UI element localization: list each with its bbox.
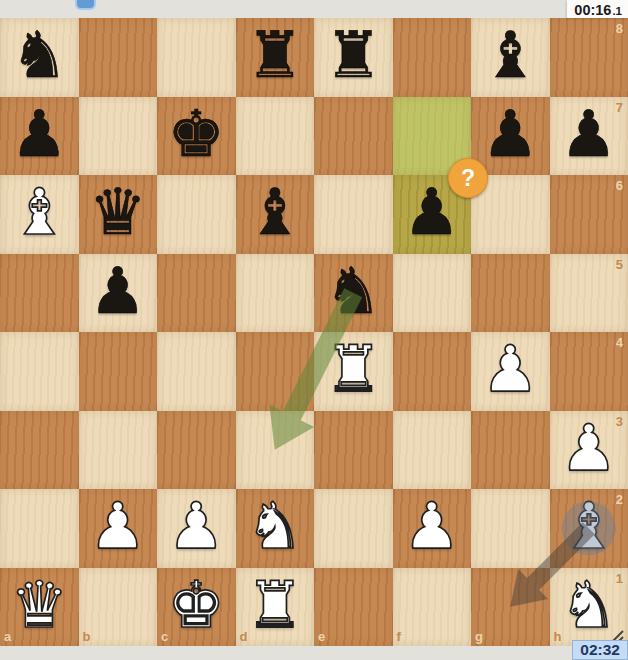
square-f1[interactable]: f bbox=[393, 568, 472, 647]
square-h5[interactable]: 5 bbox=[550, 254, 628, 333]
square-d5[interactable] bbox=[236, 254, 315, 333]
rank-label-4: 4 bbox=[616, 336, 623, 349]
square-c6[interactable] bbox=[157, 175, 236, 254]
white-pawn[interactable]: ♟ bbox=[89, 494, 146, 558]
file-label-g: g bbox=[475, 630, 483, 643]
square-g7[interactable]: ♟ bbox=[471, 97, 550, 176]
file-label-f: f bbox=[397, 630, 401, 643]
square-b1[interactable]: b bbox=[79, 568, 158, 647]
square-h2[interactable]: ♝2 bbox=[550, 489, 628, 568]
file-label-d: d bbox=[240, 630, 248, 643]
square-c2[interactable]: ♟ bbox=[157, 489, 236, 568]
square-h6[interactable]: 6 bbox=[550, 175, 628, 254]
white-pawn[interactable]: ♟ bbox=[403, 494, 460, 558]
square-d1[interactable]: ♜d bbox=[236, 568, 315, 647]
square-d7[interactable] bbox=[236, 97, 315, 176]
square-a5[interactable] bbox=[0, 254, 79, 333]
rank-label-5: 5 bbox=[616, 258, 623, 271]
square-b5[interactable]: ♟ bbox=[79, 254, 158, 333]
question-mark: ? bbox=[461, 165, 475, 192]
rank-label-2: 2 bbox=[616, 493, 623, 506]
square-h3[interactable]: ♟3 bbox=[550, 411, 628, 490]
square-a1[interactable]: ♛a bbox=[0, 568, 79, 647]
square-d2[interactable]: ♞ bbox=[236, 489, 315, 568]
square-e4[interactable]: ♜ bbox=[314, 332, 393, 411]
rank-label-7: 7 bbox=[616, 101, 623, 114]
square-c3[interactable] bbox=[157, 411, 236, 490]
chess-board: ♞♜♜♝8♟♚♟♟7♝♛♝♟6♟♞5♜♟4♟3♟♟♞♟♝2♛ab♚c♜defg♞… bbox=[0, 18, 628, 646]
black-knight[interactable]: ♞ bbox=[325, 259, 382, 323]
square-a4[interactable] bbox=[0, 332, 79, 411]
square-e1[interactable]: e bbox=[314, 568, 393, 647]
white-bishop[interactable]: ♝ bbox=[560, 494, 617, 558]
square-e3[interactable] bbox=[314, 411, 393, 490]
white-queen[interactable]: ♛ bbox=[11, 573, 68, 637]
black-queen[interactable]: ♛ bbox=[89, 180, 146, 244]
square-c5[interactable] bbox=[157, 254, 236, 333]
square-d8[interactable]: ♜ bbox=[236, 18, 315, 97]
white-pawn[interactable]: ♟ bbox=[482, 337, 539, 401]
square-a6[interactable]: ♝ bbox=[0, 175, 79, 254]
black-rook[interactable]: ♜ bbox=[246, 23, 303, 87]
square-e7[interactable] bbox=[314, 97, 393, 176]
white-bishop[interactable]: ♝ bbox=[11, 180, 68, 244]
square-h8[interactable]: 8 bbox=[550, 18, 628, 97]
square-d3[interactable] bbox=[236, 411, 315, 490]
black-pawn[interactable]: ♟ bbox=[11, 102, 68, 166]
opponent-clock-tenths: .1 bbox=[612, 3, 622, 17]
white-rook[interactable]: ♜ bbox=[246, 573, 303, 637]
rank-label-3: 3 bbox=[616, 415, 623, 428]
white-king[interactable]: ♚ bbox=[168, 573, 225, 637]
square-f8[interactable] bbox=[393, 18, 472, 97]
opponent-clock: 00:16.1 bbox=[567, 0, 628, 18]
game-screen: 00:16.1 ♞♜♜♝8♟♚♟♟7♝♛♝♟6♟♞5♜♟4♟3♟♟♞♟♝2♛ab… bbox=[0, 0, 628, 660]
square-c7[interactable]: ♚ bbox=[157, 97, 236, 176]
square-g2[interactable] bbox=[471, 489, 550, 568]
player-clock-time: 02:32 bbox=[580, 641, 620, 659]
square-b6[interactable]: ♛ bbox=[79, 175, 158, 254]
square-e5[interactable]: ♞ bbox=[314, 254, 393, 333]
black-knight[interactable]: ♞ bbox=[11, 23, 68, 87]
black-pawn[interactable]: ♟ bbox=[89, 259, 146, 323]
header-icon-fragment[interactable] bbox=[77, 0, 94, 8]
square-c1[interactable]: ♚c bbox=[157, 568, 236, 647]
rank-label-1: 1 bbox=[616, 572, 623, 585]
square-c8[interactable] bbox=[157, 18, 236, 97]
square-h4[interactable]: 4 bbox=[550, 332, 628, 411]
black-bishop[interactable]: ♝ bbox=[482, 23, 539, 87]
white-knight[interactable]: ♞ bbox=[246, 494, 303, 558]
black-pawn[interactable]: ♟ bbox=[560, 102, 617, 166]
file-label-e: e bbox=[318, 630, 325, 643]
square-h7[interactable]: ♟7 bbox=[550, 97, 628, 176]
square-g1[interactable]: g bbox=[471, 568, 550, 647]
square-d4[interactable] bbox=[236, 332, 315, 411]
square-g8[interactable]: ♝ bbox=[471, 18, 550, 97]
square-f3[interactable] bbox=[393, 411, 472, 490]
rank-label-8: 8 bbox=[616, 22, 623, 35]
square-d6[interactable]: ♝ bbox=[236, 175, 315, 254]
square-b7[interactable] bbox=[79, 97, 158, 176]
square-b2[interactable]: ♟ bbox=[79, 489, 158, 568]
square-a8[interactable]: ♞ bbox=[0, 18, 79, 97]
file-label-b: b bbox=[83, 630, 91, 643]
black-pawn[interactable]: ♟ bbox=[482, 102, 539, 166]
player-clock: 02:32 bbox=[572, 640, 628, 660]
black-rook[interactable]: ♜ bbox=[325, 23, 382, 87]
square-g3[interactable] bbox=[471, 411, 550, 490]
black-king[interactable]: ♚ bbox=[168, 102, 225, 166]
square-e8[interactable]: ♜ bbox=[314, 18, 393, 97]
square-b4[interactable] bbox=[79, 332, 158, 411]
white-rook[interactable]: ♜ bbox=[325, 337, 382, 401]
square-f5[interactable] bbox=[393, 254, 472, 333]
square-f4[interactable] bbox=[393, 332, 472, 411]
square-b8[interactable] bbox=[79, 18, 158, 97]
square-e6[interactable] bbox=[314, 175, 393, 254]
black-bishop[interactable]: ♝ bbox=[246, 180, 303, 244]
mistake-question-badge: ? bbox=[448, 158, 488, 198]
white-pawn[interactable]: ♟ bbox=[168, 494, 225, 558]
square-a2[interactable] bbox=[0, 489, 79, 568]
square-a7[interactable]: ♟ bbox=[0, 97, 79, 176]
rank-label-6: 6 bbox=[616, 179, 623, 192]
square-a3[interactable] bbox=[0, 411, 79, 490]
file-label-h: h bbox=[554, 630, 562, 643]
file-label-c: c bbox=[161, 630, 168, 643]
square-c4[interactable] bbox=[157, 332, 236, 411]
square-f2[interactable]: ♟ bbox=[393, 489, 472, 568]
square-g4[interactable]: ♟ bbox=[471, 332, 550, 411]
square-b3[interactable] bbox=[79, 411, 158, 490]
opponent-clock-time: 00:16 bbox=[574, 2, 611, 18]
white-pawn[interactable]: ♟ bbox=[560, 416, 617, 480]
file-label-a: a bbox=[4, 630, 11, 643]
square-g5[interactable] bbox=[471, 254, 550, 333]
square-e2[interactable] bbox=[314, 489, 393, 568]
